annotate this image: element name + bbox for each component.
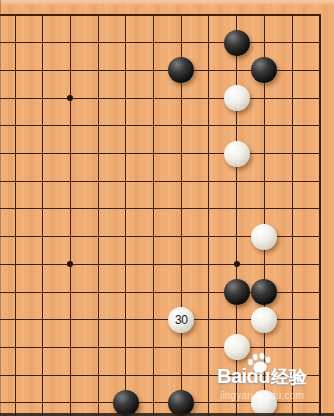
- baidu-paw-icon: [245, 350, 273, 375]
- grid-line-col-13: [153, 14, 154, 416]
- go-diagram-screenshot: 30 Baidu 经验 jingyan.baidu.com: [0, 0, 334, 416]
- left-edge-band: [0, 0, 1, 416]
- black-stone-17-3: [251, 57, 277, 83]
- baidu-logo-chinese: 经验: [271, 365, 307, 389]
- star-point-10-4: [67, 95, 73, 101]
- grid-line-col-15: [208, 14, 209, 416]
- grid-line-col-12: [125, 14, 126, 416]
- grid-line-row-7: [0, 181, 321, 182]
- move-number-label: 30: [175, 314, 187, 326]
- grid-line-row-4: [0, 98, 321, 99]
- grid-line-row-10: [0, 264, 321, 265]
- watermark-url: jingyan.baidu.com: [220, 390, 304, 401]
- white-stone-17-9: [251, 224, 277, 250]
- grid-line-row-5: [0, 125, 321, 126]
- black-stone-14-3: [168, 57, 194, 83]
- baidu-watermark: Baidu 经验 jingyan.baidu.com: [212, 352, 312, 401]
- black-stone-12-15: [113, 390, 139, 416]
- white-stone-16-6: [224, 141, 250, 167]
- grid-line-col-19: [319, 14, 321, 416]
- white-stone-14-12: 30: [168, 307, 194, 333]
- black-stone-17-11: [251, 279, 277, 305]
- grid-line-col-8: [15, 14, 16, 416]
- star-point-16-10: [234, 261, 240, 267]
- grid-line-row-8: [0, 208, 321, 209]
- grid-line-col-9: [42, 14, 43, 416]
- star-point-10-10: [67, 261, 73, 267]
- black-stone-14-15: [168, 390, 194, 416]
- white-stone-16-4: [224, 85, 250, 111]
- grid-line-row-1: [0, 14, 321, 16]
- grid-line-col-10: [70, 14, 71, 416]
- white-stone-17-12: [251, 307, 277, 333]
- black-stone-16-2: [224, 30, 250, 56]
- grid-line-row-13: [0, 347, 321, 348]
- black-stone-16-11: [224, 279, 250, 305]
- grid-line-row-6: [0, 153, 321, 154]
- top-edge-band: [0, 0, 334, 5]
- grid-line-col-11: [98, 14, 99, 416]
- grid-line-row-2: [0, 42, 321, 43]
